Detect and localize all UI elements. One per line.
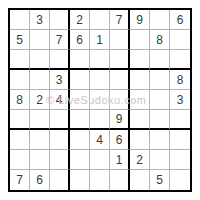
sudoku-cell-given-r1c2[interactable]: 3 bbox=[30, 10, 50, 30]
sudoku-cell-empty-r9c4[interactable] bbox=[70, 170, 90, 190]
sudoku-cell-empty-r9c3[interactable] bbox=[50, 170, 70, 190]
sudoku-cell-empty-r8c9[interactable] bbox=[170, 150, 190, 170]
sudoku-cell-empty-r3c8[interactable] bbox=[150, 50, 170, 70]
sudoku-cell-empty-r5c4[interactable] bbox=[70, 90, 90, 110]
sudoku-cell-empty-r2c6[interactable] bbox=[110, 30, 130, 50]
sudoku-cell-empty-r6c2[interactable] bbox=[30, 110, 50, 130]
sudoku-cell-given-r4c3[interactable]: 3 bbox=[50, 70, 70, 90]
sudoku-cell-given-r8c6[interactable]: 1 bbox=[110, 150, 130, 170]
sudoku-cell-empty-r7c7[interactable] bbox=[130, 130, 150, 150]
sudoku-cell-empty-r5c8[interactable] bbox=[150, 90, 170, 110]
sudoku-cell-given-r2c3[interactable]: 7 bbox=[50, 30, 70, 50]
sudoku-cell-empty-r8c4[interactable] bbox=[70, 150, 90, 170]
sudoku-cell-empty-r6c5[interactable] bbox=[90, 110, 110, 130]
sudoku-cell-given-r1c9[interactable]: 6 bbox=[170, 10, 190, 30]
sudoku-cell-given-r2c5[interactable]: 1 bbox=[90, 30, 110, 50]
sudoku-cell-empty-r5c7[interactable] bbox=[130, 90, 150, 110]
sudoku-cell-empty-r8c2[interactable] bbox=[30, 150, 50, 170]
sudoku-cell-empty-r3c6[interactable] bbox=[110, 50, 130, 70]
sudoku-cell-given-r9c8[interactable]: 5 bbox=[150, 170, 170, 190]
sudoku-cell-empty-r4c7[interactable] bbox=[130, 70, 150, 90]
sudoku-cell-given-r2c4[interactable]: 6 bbox=[70, 30, 90, 50]
sudoku-cell-given-r5c9[interactable]: 3 bbox=[170, 90, 190, 110]
sudoku-cell-empty-r9c7[interactable] bbox=[130, 170, 150, 190]
sudoku-cell-empty-r3c9[interactable] bbox=[170, 50, 190, 70]
sudoku-cell-empty-r8c1[interactable] bbox=[10, 150, 30, 170]
sudoku-cell-empty-r4c2[interactable] bbox=[30, 70, 50, 90]
sudoku-cell-empty-r9c6[interactable] bbox=[110, 170, 130, 190]
sudoku-cell-empty-r7c1[interactable] bbox=[10, 130, 30, 150]
sudoku-cell-empty-r3c1[interactable] bbox=[10, 50, 30, 70]
sudoku-cell-given-r2c8[interactable]: 8 bbox=[150, 30, 170, 50]
sudoku-cell-empty-r1c1[interactable] bbox=[10, 10, 30, 30]
sudoku-cell-empty-r6c8[interactable] bbox=[150, 110, 170, 130]
sudoku-cell-empty-r1c3[interactable] bbox=[50, 10, 70, 30]
sudoku-cell-given-r4c9[interactable]: 8 bbox=[170, 70, 190, 90]
sudoku-cell-empty-r2c7[interactable] bbox=[130, 30, 150, 50]
sudoku-cell-empty-r7c9[interactable] bbox=[170, 130, 190, 150]
sudoku-cell-given-r1c7[interactable]: 9 bbox=[130, 10, 150, 30]
sudoku-cell-empty-r4c6[interactable] bbox=[110, 70, 130, 90]
sudoku-cell-empty-r6c4[interactable] bbox=[70, 110, 90, 130]
sudoku-cell-empty-r4c4[interactable] bbox=[70, 70, 90, 90]
sudoku-cell-empty-r8c8[interactable] bbox=[150, 150, 170, 170]
sudoku-cell-given-r5c3[interactable]: 4 bbox=[50, 90, 70, 110]
sudoku-cell-empty-r6c3[interactable] bbox=[50, 110, 70, 130]
sudoku-cell-given-r6c6[interactable]: 9 bbox=[110, 110, 130, 130]
sudoku-cell-empty-r7c3[interactable] bbox=[50, 130, 70, 150]
sudoku-cell-empty-r5c6[interactable] bbox=[110, 90, 130, 110]
sudoku-board: 327965761838824394612765 © LiveSudoku.co… bbox=[8, 8, 192, 192]
sudoku-cell-given-r2c1[interactable]: 5 bbox=[10, 30, 30, 50]
sudoku-grid: 327965761838824394612765 bbox=[8, 8, 192, 192]
sudoku-cell-given-r1c6[interactable]: 7 bbox=[110, 10, 130, 30]
sudoku-cell-empty-r1c8[interactable] bbox=[150, 10, 170, 30]
sudoku-cell-empty-r3c2[interactable] bbox=[30, 50, 50, 70]
sudoku-cell-given-r5c2[interactable]: 2 bbox=[30, 90, 50, 110]
sudoku-cell-empty-r2c9[interactable] bbox=[170, 30, 190, 50]
sudoku-cell-given-r7c6[interactable]: 6 bbox=[110, 130, 130, 150]
sudoku-cell-empty-r3c4[interactable] bbox=[70, 50, 90, 70]
sudoku-cell-empty-r4c5[interactable] bbox=[90, 70, 110, 90]
sudoku-cell-empty-r8c5[interactable] bbox=[90, 150, 110, 170]
sudoku-cell-empty-r6c9[interactable] bbox=[170, 110, 190, 130]
sudoku-cell-empty-r3c7[interactable] bbox=[130, 50, 150, 70]
sudoku-cell-given-r1c4[interactable]: 2 bbox=[70, 10, 90, 30]
sudoku-cell-empty-r6c7[interactable] bbox=[130, 110, 150, 130]
sudoku-cell-given-r9c1[interactable]: 7 bbox=[10, 170, 30, 190]
sudoku-cell-given-r9c2[interactable]: 6 bbox=[30, 170, 50, 190]
sudoku-cell-empty-r5c5[interactable] bbox=[90, 90, 110, 110]
sudoku-cell-empty-r9c9[interactable] bbox=[170, 170, 190, 190]
sudoku-cell-empty-r8c3[interactable] bbox=[50, 150, 70, 170]
sudoku-cell-given-r5c1[interactable]: 8 bbox=[10, 90, 30, 110]
sudoku-cell-empty-r6c1[interactable] bbox=[10, 110, 30, 130]
sudoku-cell-empty-r7c8[interactable] bbox=[150, 130, 170, 150]
sudoku-cell-empty-r4c1[interactable] bbox=[10, 70, 30, 90]
sudoku-cell-given-r7c5[interactable]: 4 bbox=[90, 130, 110, 150]
sudoku-cell-empty-r7c4[interactable] bbox=[70, 130, 90, 150]
sudoku-cell-empty-r3c3[interactable] bbox=[50, 50, 70, 70]
sudoku-cell-empty-r3c5[interactable] bbox=[90, 50, 110, 70]
sudoku-cell-empty-r7c2[interactable] bbox=[30, 130, 50, 150]
sudoku-cell-empty-r4c8[interactable] bbox=[150, 70, 170, 90]
sudoku-cell-empty-r9c5[interactable] bbox=[90, 170, 110, 190]
sudoku-cell-empty-r1c5[interactable] bbox=[90, 10, 110, 30]
sudoku-cell-empty-r2c2[interactable] bbox=[30, 30, 50, 50]
sudoku-cell-given-r8c7[interactable]: 2 bbox=[130, 150, 150, 170]
